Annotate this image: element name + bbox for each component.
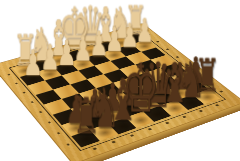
brass-pin [130, 134, 134, 136]
rook-glyph: ♜ [72, 91, 99, 140]
chess-board: ♜♞♝♚♛♝♞♜♟♟♟♟♟♟♟♟♟♟♟♟♟♟♟♟♜♞♝♚♛♝♞♜ [0, 23, 240, 161]
brass-pin [39, 111, 43, 113]
brass-pin [93, 147, 97, 150]
brass-pin [30, 101, 34, 103]
brass-pin [7, 74, 10, 76]
brass-pin [219, 91, 223, 93]
brass-pin [22, 92, 26, 94]
playing-area: ♜♞♝♚♛♝♞♜♟♟♟♟♟♟♟♟♟♟♟♟♟♟♟♟♜♞♝♚♛♝♞♜ [13, 33, 221, 148]
brass-pin [47, 121, 51, 123]
chess-set-photo: ♜♞♝♚♛♝♞♜♟♟♟♟♟♟♟♟♟♟♟♟♟♟♟♟♜♞♝♚♛♝♞♜ [0, 0, 240, 161]
brass-pin [182, 116, 186, 118]
brass-pin [112, 141, 116, 143]
brass-pin [199, 110, 203, 112]
brass-pin [14, 83, 17, 85]
brass-pin [148, 128, 152, 130]
brass-pin [215, 104, 219, 106]
brass-pin [156, 41, 159, 43]
brass-pin [56, 132, 60, 134]
pawn-glyph: ♟ [23, 45, 43, 81]
brass-pin [66, 143, 70, 145]
piece-black-rook[interactable]: ♜ [71, 130, 100, 148]
brass-pin [165, 122, 169, 124]
